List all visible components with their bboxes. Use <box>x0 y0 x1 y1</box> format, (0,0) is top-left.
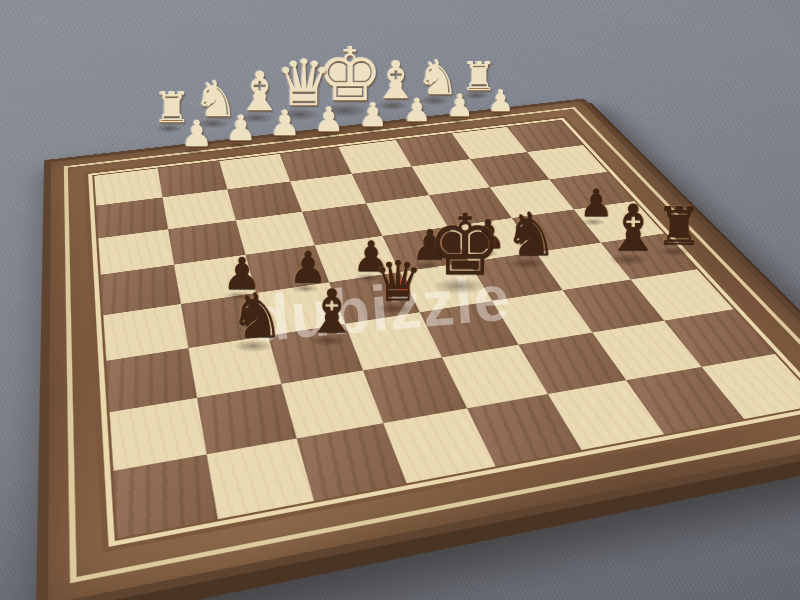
piece-white-pawn-d2[interactable]: ♟ <box>358 98 388 131</box>
piece-white-pawn-g2[interactable]: ♟ <box>225 111 256 146</box>
piece-white-pawn-f2[interactable]: ♟ <box>269 106 300 141</box>
piece-black-bishop-b7[interactable]: ♝ <box>604 196 661 260</box>
pieces-layer: ♜♞♝♛♚♝♞♜♟♟♟♟♟♟♟♟♟♟♟♟♟♟♞♝♛♚♞♝♜ <box>0 0 800 600</box>
piece-white-pawn-a2[interactable]: ♟ <box>488 86 515 116</box>
piece-black-rook-a6[interactable]: ♜ <box>656 200 703 252</box>
piece-black-bishop-f6[interactable]: ♝ <box>305 281 359 341</box>
piece-black-king-d6[interactable]: ♚ <box>427 203 502 287</box>
piece-white-pawn-e2[interactable]: ♟ <box>314 102 344 136</box>
piece-white-pawn-c2[interactable]: ♟ <box>403 94 432 126</box>
piece-white-pawn-b2[interactable]: ♟ <box>446 90 474 121</box>
piece-black-knight-g6[interactable]: ♞ <box>229 285 285 347</box>
piece-black-queen-e6[interactable]: ♛ <box>373 254 422 309</box>
piece-white-pawn-h2[interactable]: ♟ <box>181 116 213 152</box>
piece-black-knight-c6[interactable]: ♞ <box>504 204 558 264</box>
